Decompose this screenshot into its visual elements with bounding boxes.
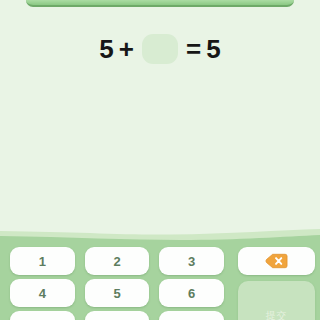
equation-operator: + [119, 34, 134, 65]
keypad-wave-decoration [0, 228, 320, 242]
backspace-button[interactable] [238, 247, 315, 275]
key-7[interactable]: 7 [10, 311, 75, 320]
quiz-screen: { "game": "arithmetic-fill-in-the-blank-… [0, 0, 320, 320]
equation-row: 5 + = 5 [0, 33, 320, 65]
answer-blank [142, 34, 178, 64]
number-keypad: 1 2 3 4 5 6 7 8 9 提交 [0, 228, 320, 320]
submit-button[interactable]: 提交 [238, 281, 315, 320]
equation-operand1: 5 [99, 34, 113, 65]
equation-result: 5 [206, 34, 220, 65]
key-5[interactable]: 5 [85, 279, 150, 307]
key-9[interactable]: 9 [159, 311, 224, 320]
key-4[interactable]: 4 [10, 279, 75, 307]
equation-equals: = [186, 34, 201, 65]
key-1[interactable]: 1 [10, 247, 75, 275]
key-3[interactable]: 3 [159, 247, 224, 275]
key-8[interactable]: 8 [85, 311, 150, 320]
submit-button-label: 提交 [238, 309, 315, 320]
key-2[interactable]: 2 [85, 247, 150, 275]
key-6[interactable]: 6 [159, 279, 224, 307]
top-progress-bar [26, 0, 294, 7]
digit-grid: 1 2 3 4 5 6 7 8 9 [10, 247, 224, 320]
backspace-icon [265, 253, 288, 269]
